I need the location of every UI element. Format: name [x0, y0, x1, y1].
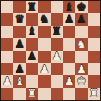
square-e8[interactable] [51, 1, 63, 13]
square-a5[interactable] [1, 38, 13, 50]
square-g4[interactable] [75, 51, 87, 63]
square-a2[interactable]: ♟ [1, 75, 13, 87]
square-g3[interactable]: ♟ [75, 63, 87, 75]
square-d7[interactable]: ♞ [38, 13, 50, 25]
square-f6[interactable] [63, 26, 75, 38]
black-queen-b7[interactable]: ♛ [15, 14, 25, 25]
black-bishop-c6[interactable]: ♝ [27, 26, 37, 37]
square-b5[interactable]: ♟ [13, 38, 25, 50]
square-a6[interactable] [1, 26, 13, 38]
square-d6[interactable] [38, 26, 50, 38]
square-f2[interactable]: ♟ [63, 75, 75, 87]
square-h7[interactable] [88, 13, 100, 25]
square-c3[interactable] [26, 63, 38, 75]
square-f8[interactable]: ♝ [63, 1, 75, 13]
black-pawn-b3[interactable]: ♟ [15, 63, 25, 74]
square-g7[interactable]: ♟ [75, 13, 87, 25]
square-e5[interactable] [51, 38, 63, 50]
square-e3[interactable] [51, 63, 63, 75]
square-g5[interactable]: ♞ [75, 38, 87, 50]
black-knight-d7[interactable]: ♞ [39, 14, 49, 25]
square-d3[interactable]: ♟ [38, 63, 50, 75]
square-f3[interactable] [63, 63, 75, 75]
square-a8[interactable] [1, 1, 13, 13]
square-c4[interactable]: ♟ [26, 51, 38, 63]
square-c5[interactable] [26, 38, 38, 50]
square-b8[interactable] [13, 1, 25, 13]
white-rook-c1[interactable]: ♜ [27, 88, 37, 99]
square-g8[interactable]: ♚ [75, 1, 87, 13]
chess-board: ♜♝♚♛♞♟♟♝♜♟♞♟♟♟♟♟♟♝♟♚♜♜ [1, 1, 100, 100]
square-e6[interactable]: ♜ [51, 26, 63, 38]
white-knight-g5[interactable]: ♞ [77, 38, 87, 49]
square-g6[interactable] [75, 26, 87, 38]
black-pawn-g7[interactable]: ♟ [77, 14, 87, 25]
black-king-g8[interactable]: ♚ [77, 1, 87, 12]
square-f5[interactable] [63, 38, 75, 50]
square-c6[interactable]: ♝ [26, 26, 38, 38]
black-pawn-b5[interactable]: ♟ [15, 38, 25, 49]
square-b7[interactable]: ♛ [13, 13, 25, 25]
square-c2[interactable] [26, 75, 38, 87]
black-pawn-c4[interactable]: ♟ [27, 51, 37, 62]
square-a1[interactable] [1, 88, 13, 100]
square-g2[interactable]: ♚ [75, 75, 87, 87]
square-e7[interactable] [51, 13, 63, 25]
square-b6[interactable] [13, 26, 25, 38]
square-e2[interactable] [51, 75, 63, 87]
board-frame: ♜♝♚♛♞♟♟♝♜♟♞♟♟♟♟♟♟♝♟♚♜♜ [0, 0, 101, 101]
black-rook-c8[interactable]: ♜ [27, 1, 37, 12]
white-pawn-e4[interactable]: ♟ [52, 51, 62, 62]
square-g1[interactable] [75, 88, 87, 100]
square-b2[interactable]: ♝ [13, 75, 25, 87]
square-h6[interactable] [88, 26, 100, 38]
square-h1[interactable]: ♜ [88, 88, 100, 100]
black-rook-e6[interactable]: ♜ [52, 26, 62, 37]
square-c8[interactable]: ♜ [26, 1, 38, 13]
white-rook-h1[interactable]: ♜ [89, 88, 99, 99]
square-f4[interactable] [63, 51, 75, 63]
square-b4[interactable] [13, 51, 25, 63]
square-f1[interactable] [63, 88, 75, 100]
square-d4[interactable] [38, 51, 50, 63]
square-d8[interactable] [38, 1, 50, 13]
square-h8[interactable] [88, 1, 100, 13]
square-c1[interactable]: ♜ [26, 88, 38, 100]
square-h5[interactable] [88, 38, 100, 50]
white-pawn-d3[interactable]: ♟ [39, 63, 49, 74]
square-h3[interactable] [88, 63, 100, 75]
square-h2[interactable] [88, 75, 100, 87]
square-b1[interactable] [13, 88, 25, 100]
square-d2[interactable] [38, 75, 50, 87]
square-a4[interactable] [1, 51, 13, 63]
white-king-g2[interactable]: ♚ [77, 75, 87, 86]
square-e1[interactable] [51, 88, 63, 100]
square-a7[interactable] [1, 13, 13, 25]
square-d5[interactable] [38, 38, 50, 50]
black-bishop-f8[interactable]: ♝ [64, 1, 74, 12]
square-a3[interactable] [1, 63, 13, 75]
white-pawn-f2[interactable]: ♟ [64, 75, 74, 86]
white-pawn-g3[interactable]: ♟ [77, 63, 87, 74]
square-h4[interactable] [88, 51, 100, 63]
square-b3[interactable]: ♟ [13, 63, 25, 75]
white-pawn-a2[interactable]: ♟ [2, 75, 12, 86]
black-pawn-f7[interactable]: ♟ [64, 14, 74, 25]
square-d1[interactable] [38, 88, 50, 100]
square-e4[interactable]: ♟ [51, 51, 63, 63]
white-bishop-b2[interactable]: ♝ [15, 75, 25, 86]
square-c7[interactable] [26, 13, 38, 25]
square-f7[interactable]: ♟ [63, 13, 75, 25]
